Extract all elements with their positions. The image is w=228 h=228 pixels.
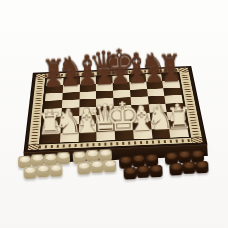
white-checker[interactable] (103, 160, 117, 173)
white-checker[interactable] (57, 152, 71, 165)
dark-checker[interactable] (169, 163, 183, 176)
dark-checker[interactable] (123, 167, 137, 180)
white-checker[interactable] (36, 165, 50, 178)
product-photo: ♜♞♝♛♚♝♞♜♟♟♟♟♟♟♟♟♟♟♟♟♟♟♟♟♜♞♝♛♚♝♞♜ (0, 0, 228, 228)
checkers-layer (0, 0, 228, 228)
white-checker[interactable] (23, 166, 37, 179)
dark-checker[interactable] (182, 162, 196, 175)
white-checker[interactable] (90, 161, 104, 174)
dark-checker[interactable] (195, 161, 209, 174)
white-checker[interactable] (77, 162, 91, 175)
dark-checker[interactable] (149, 165, 163, 178)
dark-checker[interactable] (136, 166, 150, 179)
white-checker[interactable] (49, 164, 63, 177)
scene-tilt: ♜♞♝♛♚♝♞♜♟♟♟♟♟♟♟♟♟♟♟♟♟♟♟♟♜♞♝♛♚♝♞♜ (0, 0, 228, 228)
